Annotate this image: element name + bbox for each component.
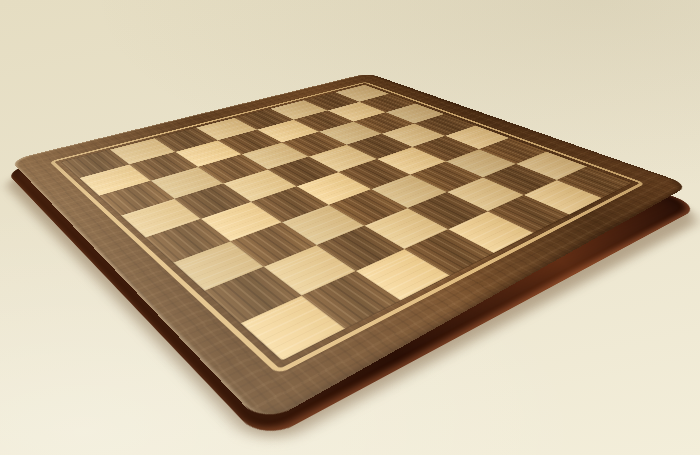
photo-scene — [0, 0, 700, 455]
